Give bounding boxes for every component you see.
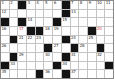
clue-number-11: 11	[106, 1, 111, 5]
clue-number-34: 34	[62, 62, 67, 66]
letter-cell-r5c7[interactable]	[62, 44, 70, 52]
letter-cell-r6c0[interactable]	[1, 53, 9, 61]
clue-number-25: 25	[88, 36, 93, 40]
black-cell-r2c2	[18, 18, 26, 26]
clue-number-10: 10	[97, 1, 102, 5]
letter-cell-r8c12[interactable]	[105, 70, 113, 78]
letter-cell-r6c3[interactable]	[27, 53, 35, 61]
letter-cell-r4c11[interactable]	[97, 36, 105, 44]
clue-number-30: 30	[45, 53, 50, 57]
clue-number-27: 27	[54, 44, 59, 48]
letter-cell-r3c5[interactable]: 18	[44, 27, 52, 35]
letter-cell-r3c8[interactable]	[71, 27, 79, 35]
black-cell-r8c4	[36, 70, 44, 78]
clue-number-33: 33	[10, 62, 15, 66]
black-cell-r5c5	[44, 44, 52, 52]
letter-cell-r7c10[interactable]	[88, 62, 96, 70]
letter-cell-r0c10[interactable]: 9	[88, 1, 96, 9]
letter-cell-r1c8[interactable]: 13	[71, 10, 79, 18]
clue-number-3: 3	[28, 1, 30, 5]
black-cell-r5c8	[71, 44, 79, 52]
black-cell-r8c7	[62, 70, 70, 78]
letter-cell-r8c11[interactable]	[97, 70, 105, 78]
letter-cell-r7c9[interactable]	[79, 62, 87, 70]
black-cell-r3c10	[88, 27, 96, 35]
letter-cell-r6c12[interactable]	[105, 53, 113, 61]
clue-number-37: 37	[71, 70, 76, 74]
letter-cell-r2c3[interactable]: 14	[27, 18, 35, 26]
letter-cell-r5c12[interactable]	[105, 44, 113, 52]
letter-cell-r4c0[interactable]	[1, 36, 9, 44]
letter-cell-r1c11[interactable]	[97, 10, 105, 18]
clue-number-14: 14	[28, 18, 33, 22]
clue-number-6: 6	[54, 1, 56, 5]
letter-cell-r0c12[interactable]: 11	[105, 1, 113, 9]
clue-number-19: 19	[54, 27, 59, 31]
letter-cell-r7c5[interactable]	[44, 62, 52, 70]
letter-cell-r1c4[interactable]	[36, 10, 44, 18]
letter-cell-r0c3[interactable]: 3	[27, 1, 35, 9]
letter-cell-r7c1[interactable]: 33	[10, 62, 18, 70]
black-cell-r6c7	[62, 53, 70, 61]
letter-cell-r8c5[interactable]: 36	[44, 70, 52, 78]
letter-cell-r8c3[interactable]	[27, 70, 35, 78]
letter-cell-r0c6[interactable]: 6	[53, 1, 61, 9]
letter-cell-r6c10[interactable]	[88, 53, 96, 61]
letter-cell-r3c0[interactable]: 16	[1, 27, 9, 35]
letter-cell-r8c2[interactable]	[18, 70, 26, 78]
letter-cell-r3c2[interactable]: 17	[18, 27, 26, 35]
letter-cell-r5c6[interactable]: 27	[53, 44, 61, 52]
letter-cell-r1c0[interactable]: 12	[1, 10, 9, 18]
letter-cell-r7c11[interactable]	[97, 62, 105, 70]
letter-cell-r6c8[interactable]: 31	[71, 53, 79, 61]
clue-number-23: 23	[36, 36, 41, 40]
clue-number-4: 4	[36, 1, 38, 5]
letter-cell-r7c7[interactable]: 34	[62, 62, 70, 70]
letter-cell-r6c11[interactable]: 32	[97, 53, 105, 61]
letter-cell-r2c12[interactable]	[105, 18, 113, 26]
clue-number-21: 21	[19, 36, 24, 40]
letter-cell-r1c3[interactable]	[27, 10, 35, 18]
letter-cell-r0c0[interactable]: 1	[1, 1, 9, 9]
clue-number-5: 5	[45, 1, 47, 5]
letter-cell-r2c9[interactable]	[79, 18, 87, 26]
black-cell-r0c7	[62, 1, 70, 9]
letter-cell-r1c6[interactable]	[53, 10, 61, 18]
letter-cell-r8c10[interactable]	[88, 70, 96, 78]
letter-cell-r0c4[interactable]: 4	[36, 1, 44, 9]
letter-cell-r3c7[interactable]	[62, 27, 70, 35]
clue-number-15: 15	[62, 18, 67, 22]
letter-cell-r6c5[interactable]: 30	[44, 53, 52, 61]
letter-cell-r1c12[interactable]	[105, 10, 113, 18]
clue-number-9: 9	[88, 1, 90, 5]
letter-cell-r4c12[interactable]	[105, 36, 113, 44]
clue-number-12: 12	[2, 10, 7, 14]
letter-cell-r4c9[interactable]	[79, 36, 87, 44]
letter-cell-r6c9[interactable]	[79, 53, 87, 61]
letter-cell-r6c2[interactable]: 29	[18, 53, 26, 61]
letter-cell-r2c11[interactable]	[97, 18, 105, 26]
letter-cell-r3c12[interactable]	[105, 27, 113, 35]
letter-cell-r1c9[interactable]	[79, 10, 87, 18]
letter-cell-r4c3[interactable]: 22	[27, 36, 35, 44]
letter-cell-r4c4[interactable]: 23	[36, 36, 44, 44]
letter-cell-r5c2[interactable]	[18, 44, 26, 52]
letter-cell-r2c1[interactable]	[10, 18, 18, 26]
letter-cell-r5c4[interactable]	[36, 44, 44, 52]
letter-cell-r0c8[interactable]: 7	[71, 1, 79, 9]
letter-cell-r1c1[interactable]	[10, 10, 18, 18]
letter-cell-r1c2[interactable]	[18, 10, 26, 18]
letter-cell-r3c6[interactable]: 19	[53, 27, 61, 35]
black-cell-r4c7	[62, 36, 70, 44]
clue-number-17: 17	[19, 27, 24, 31]
letter-cell-r2c7[interactable]: 15	[62, 18, 70, 26]
clue-number-2: 2	[10, 1, 12, 5]
letter-cell-r4c8[interactable]: 24	[71, 36, 79, 44]
clue-number-20: 20	[97, 27, 102, 31]
letter-cell-r2c10[interactable]	[88, 18, 96, 26]
letter-cell-r3c11[interactable]: 20	[97, 27, 105, 35]
letter-cell-r8c8[interactable]: 37	[71, 70, 79, 78]
letter-cell-r3c9[interactable]	[79, 27, 87, 35]
black-cell-r2c6	[53, 18, 61, 26]
black-cell-r7c6	[53, 62, 61, 70]
black-cell-r3c4	[36, 27, 44, 35]
black-cell-r3c3	[27, 27, 35, 35]
letter-cell-r2c4[interactable]	[36, 18, 44, 26]
letter-cell-r0c11[interactable]: 10	[97, 1, 105, 9]
letter-cell-r5c3[interactable]	[27, 44, 35, 52]
clue-number-28: 28	[80, 44, 85, 48]
letter-cell-r6c4[interactable]	[36, 53, 44, 61]
clue-number-7: 7	[71, 1, 73, 5]
clue-number-13: 13	[71, 10, 76, 14]
letter-cell-r0c1[interactable]: 2	[10, 1, 18, 9]
clue-number-8: 8	[80, 1, 82, 5]
letter-cell-r2c8[interactable]	[71, 18, 79, 26]
black-cell-r6c1	[10, 53, 18, 61]
letter-cell-r2c5[interactable]	[44, 18, 52, 26]
letter-cell-r4c2[interactable]: 21	[18, 36, 26, 44]
letter-cell-r7c3[interactable]	[27, 62, 35, 70]
letter-cell-r5c0[interactable]: 26	[1, 44, 9, 52]
clue-number-32: 32	[97, 53, 102, 57]
letter-cell-r1c5[interactable]	[44, 10, 52, 18]
letter-cell-r4c10[interactable]: 25	[88, 36, 96, 44]
letter-cell-r8c9[interactable]	[79, 70, 87, 78]
black-cell-r1c7	[62, 10, 70, 18]
letter-cell-r8c6[interactable]	[53, 70, 61, 78]
letter-cell-r4c6[interactable]	[53, 36, 61, 44]
clue-number-22: 22	[28, 36, 33, 40]
black-cell-r2c0	[1, 18, 9, 26]
letter-cell-r3c1[interactable]	[10, 27, 18, 35]
letter-cell-r8c1[interactable]	[10, 70, 18, 78]
crossword-grid: 1234567891011121314151617181920212223242…	[0, 0, 114, 79]
black-cell-r4c1	[10, 36, 18, 44]
letter-cell-r4c5[interactable]	[44, 36, 52, 44]
letter-cell-r7c2[interactable]	[18, 62, 26, 70]
black-cell-r7c0	[1, 62, 9, 70]
clue-number-1: 1	[2, 1, 4, 5]
clue-number-29: 29	[19, 53, 24, 57]
black-cell-r0c2	[18, 1, 26, 9]
letter-cell-r1c10[interactable]	[88, 10, 96, 18]
crossword-board: 1234567891011121314151617181920212223242…	[0, 0, 114, 79]
clue-number-26: 26	[2, 44, 7, 48]
letter-cell-r7c8[interactable]	[71, 62, 79, 70]
clue-number-18: 18	[45, 27, 50, 31]
clue-number-35: 35	[2, 70, 7, 74]
clue-number-31: 31	[71, 53, 76, 57]
letter-cell-r5c10[interactable]	[88, 44, 96, 52]
letter-cell-r5c9[interactable]: 28	[79, 44, 87, 52]
black-cell-r7c12	[105, 62, 113, 70]
letter-cell-r6c6[interactable]	[53, 53, 61, 61]
letter-cell-r0c5[interactable]: 5	[44, 1, 52, 9]
clue-number-36: 36	[45, 70, 50, 74]
letter-cell-r7c4[interactable]	[36, 62, 44, 70]
clue-number-16: 16	[2, 27, 7, 31]
letter-cell-r5c1[interactable]	[10, 44, 18, 52]
letter-cell-r8c0[interactable]: 35	[1, 70, 9, 78]
letter-cell-r0c9[interactable]: 8	[79, 1, 87, 9]
black-cell-r5c11	[97, 44, 105, 52]
clue-number-24: 24	[71, 36, 76, 40]
